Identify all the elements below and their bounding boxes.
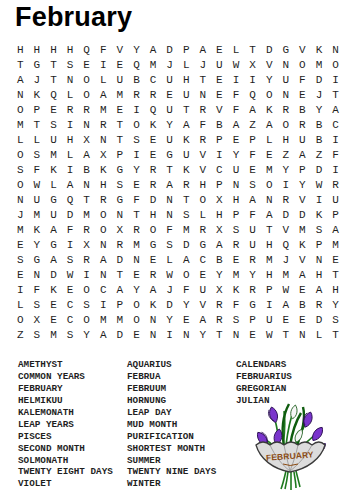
grid-cell-r7c4: H xyxy=(62,132,79,147)
grid-cell-r15c15: R xyxy=(244,253,261,268)
grid-cell-r13c11: M xyxy=(178,223,195,238)
word-list-column-1: AMETHYSTCOMMON YEARSFEBRUARYHELMIKUUKALE… xyxy=(18,359,113,490)
grid-cell-r19c9: N xyxy=(145,313,162,328)
grid-cell-r14c18: K xyxy=(294,238,311,253)
grid-cell-r16c16: H xyxy=(261,268,278,283)
grid-cell-r1c1: H xyxy=(12,42,29,57)
word-item: AMETHYST xyxy=(18,359,113,371)
word-item: HELMIKUU xyxy=(18,395,113,407)
grid-cell-r13c17: V xyxy=(278,223,295,238)
grid-cell-r16c5: I xyxy=(78,268,95,283)
grid-cell-r10c20: R xyxy=(327,177,344,192)
grid-cell-r18c18: B xyxy=(294,298,311,313)
grid-cell-r19c12: A xyxy=(195,313,212,328)
grid-cell-r8c8: I xyxy=(128,147,145,162)
grid-cell-r19c20: S xyxy=(327,313,344,328)
grid-cell-r2c14: W xyxy=(228,57,245,72)
grid-cell-r19c14: S xyxy=(228,313,245,328)
grid-cell-r1c13: E xyxy=(211,42,228,57)
grid-cell-r12c8: T xyxy=(128,208,145,223)
grid-cell-r5c2: P xyxy=(29,102,46,117)
grid-cell-r10c18: Y xyxy=(294,177,311,192)
word-item: LEAP DAY xyxy=(127,407,216,419)
grid-cell-r6c10: Y xyxy=(161,117,178,132)
grid-cell-r7c9: E xyxy=(145,132,162,147)
grid-cell-r13c12: R xyxy=(195,223,212,238)
grid-cell-r19c2: X xyxy=(29,313,46,328)
grid-cell-r10c7: S xyxy=(112,177,129,192)
grid-cell-r17c5: O xyxy=(78,283,95,298)
grid-cell-r18c5: S xyxy=(78,298,95,313)
grid-cell-r6c12: F xyxy=(195,117,212,132)
grid-cell-r13c1: M xyxy=(12,223,29,238)
grid-cell-r11c20: U xyxy=(327,192,344,207)
grid-cell-r17c10: J xyxy=(161,283,178,298)
grid-cell-r1c18: V xyxy=(294,42,311,57)
grid-cell-r5c9: Q xyxy=(145,102,162,117)
grid-cell-r5c13: V xyxy=(211,102,228,117)
grid-cell-r17c9: A xyxy=(145,283,162,298)
grid-cell-r2c15: X xyxy=(244,57,261,72)
grid-cell-r16c3: D xyxy=(45,268,62,283)
grid-cell-r2c20: O xyxy=(327,57,344,72)
grid-cell-r16c12: E xyxy=(195,268,212,283)
grid-cell-r4c9: R xyxy=(145,87,162,102)
grid-cell-r2c17: N xyxy=(278,57,295,72)
grid-cell-r15c13: B xyxy=(211,253,228,268)
word-item: MUD MONTH xyxy=(127,419,216,431)
grid-cell-r7c17: H xyxy=(278,132,295,147)
grid-cell-r16c8: E xyxy=(128,268,145,283)
grid-cell-r3c19: D xyxy=(311,72,328,87)
grid-cell-r15c20: E xyxy=(327,253,344,268)
grid-cell-r12c1: J xyxy=(12,208,29,223)
grid-cell-r5c6: M xyxy=(95,102,112,117)
grid-cell-r8c19: Z xyxy=(311,147,328,162)
grid-cell-r20c16: W xyxy=(261,328,278,343)
grid-cell-r11c9: D xyxy=(145,192,162,207)
grid-cell-r6c7: T xyxy=(112,117,129,132)
grid-cell-r8c15: F xyxy=(244,147,261,162)
grid-cell-r13c15: U xyxy=(244,223,261,238)
grid-cell-r9c16: M xyxy=(261,162,278,177)
grid-cell-r14c16: H xyxy=(261,238,278,253)
grid-cell-r20c17: T xyxy=(278,328,295,343)
word-item: FEBRUUM xyxy=(127,383,216,395)
grid-cell-r11c10: N xyxy=(161,192,178,207)
grid-cell-r17c17: W xyxy=(278,283,295,298)
grid-cell-r2c18: O xyxy=(294,57,311,72)
grid-cell-r14c7: R xyxy=(112,238,129,253)
grid-cell-r7c10: U xyxy=(161,132,178,147)
grid-cell-r12c13: H xyxy=(211,208,228,223)
grid-cell-r5c14: F xyxy=(228,102,245,117)
grid-cell-r18c8: O xyxy=(128,298,145,313)
umbrella: FEBRUARY xyxy=(256,442,325,472)
grid-cell-r9c18: P xyxy=(294,162,311,177)
grid-cell-r1c9: A xyxy=(145,42,162,57)
grid-cell-r17c14: K xyxy=(228,283,245,298)
grid-cell-r17c7: A xyxy=(112,283,129,298)
grid-cell-r20c19: L xyxy=(311,328,328,343)
grid-cell-r9c13: C xyxy=(211,162,228,177)
grid-cell-r12c17: D xyxy=(278,208,295,223)
grid-cell-r18c13: R xyxy=(211,298,228,313)
grid-cell-r2c10: J xyxy=(161,57,178,72)
grid-cell-r13c8: R xyxy=(128,223,145,238)
grid-cell-r6c13: B xyxy=(211,117,228,132)
grid-cell-r17c18: E xyxy=(294,283,311,298)
grid-cell-r15c10: L xyxy=(161,253,178,268)
grid-cell-r2c11: L xyxy=(178,57,195,72)
grid-cell-r19c8: O xyxy=(128,313,145,328)
grid-cell-r12c15: F xyxy=(244,208,261,223)
grid-cell-r11c19: I xyxy=(311,192,328,207)
grid-cell-r4c8: R xyxy=(128,87,145,102)
grid-cell-r20c6: A xyxy=(95,328,112,343)
grid-cell-r14c2: Y xyxy=(29,238,46,253)
grid-cell-r7c13: P xyxy=(211,132,228,147)
grid-cell-r5c5: R xyxy=(78,102,95,117)
grid-cell-r19c4: C xyxy=(62,313,79,328)
grid-cell-r3c8: B xyxy=(128,72,145,87)
grid-cell-r8c3: M xyxy=(45,147,62,162)
grid-cell-r17c13: X xyxy=(211,283,228,298)
grid-cell-r4c11: U xyxy=(178,87,195,102)
grid-cell-r2c9: M xyxy=(145,57,162,72)
grid-cell-r12c5: M xyxy=(78,208,95,223)
grid-cell-r1c6: F xyxy=(95,42,112,57)
word-list-column-2: AQUARIUSFEBRUAFEBRUUMHORNUNGLEAP DAYMUD … xyxy=(127,359,216,490)
grid-cell-r3c12: T xyxy=(195,72,212,87)
grid-cell-r2c6: I xyxy=(95,57,112,72)
grid-cell-r7c11: K xyxy=(178,132,195,147)
grid-cell-r9c9: R xyxy=(145,162,162,177)
grid-cell-r20c9: N xyxy=(145,328,162,343)
word-list-column-3: CALENDARSFEBRUARIUSGREGORIANJULIAN xyxy=(236,359,292,407)
grid-cell-r18c16: I xyxy=(261,298,278,313)
word-item: TWENTY NINE DAYS xyxy=(127,466,216,478)
grid-cell-r13c10: F xyxy=(161,223,178,238)
grid-cell-r14c6: N xyxy=(95,238,112,253)
grid-cell-r3c1: A xyxy=(12,72,29,87)
grid-cell-r7c5: X xyxy=(78,132,95,147)
grid-cell-r14c17: Q xyxy=(278,238,295,253)
grid-cell-r10c19: W xyxy=(311,177,328,192)
grid-cell-r20c4: S xyxy=(62,328,79,343)
grid-cell-r8c7: P xyxy=(112,147,129,162)
grid-cell-r5c10: U xyxy=(161,102,178,117)
grid-cell-r15c3: A xyxy=(45,253,62,268)
grid-cell-r11c16: N xyxy=(261,192,278,207)
grid-cell-r3c17: U xyxy=(278,72,295,87)
grid-cell-r10c10: A xyxy=(161,177,178,192)
grid-cell-r15c18: V xyxy=(294,253,311,268)
grid-cell-r17c20: H xyxy=(327,283,344,298)
grid-cell-r19c13: R xyxy=(211,313,228,328)
grid-cell-r4c7: M xyxy=(112,87,129,102)
grid-cell-r2c3: T xyxy=(45,57,62,72)
grid-cell-r14c1: E xyxy=(12,238,29,253)
grid-cell-r19c11: E xyxy=(178,313,195,328)
grid-cell-r4c15: Q xyxy=(244,87,261,102)
word-item: PURIFICATION xyxy=(127,431,216,443)
grid-cell-r19c1: O xyxy=(12,313,29,328)
grid-cell-r11c2: U xyxy=(29,192,46,207)
grid-cell-r10c15: S xyxy=(244,177,261,192)
grid-cell-r19c15: P xyxy=(244,313,261,328)
grid-cell-r11c5: T xyxy=(78,192,95,207)
grid-cell-r1c14: L xyxy=(228,42,245,57)
grid-cell-r12c14: P xyxy=(228,208,245,223)
grid-cell-r18c7: P xyxy=(112,298,129,313)
grid-cell-r9c14: U xyxy=(228,162,245,177)
grid-cell-r3c20: I xyxy=(327,72,344,87)
grid-cell-r12c7: N xyxy=(112,208,129,223)
grid-cell-r10c8: E xyxy=(128,177,145,192)
grid-cell-r7c7: T xyxy=(112,132,129,147)
grid-cell-r8c18: A xyxy=(294,147,311,162)
grid-cell-r18c17: A xyxy=(278,298,295,313)
grid-cell-r15c7: D xyxy=(112,253,129,268)
grid-cell-r10c4: A xyxy=(62,177,79,192)
grid-cell-r1c15: T xyxy=(244,42,261,57)
grid-cell-r20c3: M xyxy=(45,328,62,343)
grid-cell-r12c4: D xyxy=(62,208,79,223)
grid-cell-r8c9: E xyxy=(145,147,162,162)
grid-cell-r4c1: N xyxy=(12,87,29,102)
grid-cell-r4c4: L xyxy=(62,87,79,102)
stems-below xyxy=(281,471,300,490)
grid-cell-r3c15: I xyxy=(244,72,261,87)
grid-cell-r19c16: U xyxy=(261,313,278,328)
grid-cell-r14c15: U xyxy=(244,238,261,253)
grid-cell-r5c12: R xyxy=(195,102,212,117)
grid-cell-r14c19: P xyxy=(311,238,328,253)
grid-cell-r12c12: L xyxy=(195,208,212,223)
grid-cell-r19c5: O xyxy=(78,313,95,328)
grid-cell-r5c4: R xyxy=(62,102,79,117)
grid-cell-r13c18: M xyxy=(294,223,311,238)
grid-cell-r10c1: O xyxy=(12,177,29,192)
grid-cell-r13c20: A xyxy=(327,223,344,238)
grid-cell-r9c11: K xyxy=(178,162,195,177)
grid-cell-r10c16: O xyxy=(261,177,278,192)
grid-cell-r20c20: T xyxy=(327,328,344,343)
grid-cell-r9c3: K xyxy=(45,162,62,177)
grid-cell-r5c7: E xyxy=(112,102,129,117)
grid-cell-r5c16: K xyxy=(261,102,278,117)
grid-cell-r20c7: D xyxy=(112,328,129,343)
grid-cell-r2c7: E xyxy=(112,57,129,72)
grid-cell-r11c14: H xyxy=(228,192,245,207)
grid-cell-r6c6: R xyxy=(95,117,112,132)
february-flowers-clipart: FEBRUARY xyxy=(250,401,334,493)
grid-cell-r11c4: Q xyxy=(62,192,79,207)
grid-cell-r18c14: F xyxy=(228,298,245,313)
word-item: KALEMONATH xyxy=(18,407,113,419)
grid-cell-r7c19: B xyxy=(311,132,328,147)
grid-cell-r16c6: N xyxy=(95,268,112,283)
grid-cell-r18c19: R xyxy=(311,298,328,313)
grid-cell-r8c10: G xyxy=(161,147,178,162)
word-item: TWENTY EIGHT DAYS xyxy=(18,466,113,478)
worksheet-page: February HHHHQFVYADPAELTDGVKNTGTSEIEQMJL… xyxy=(0,0,354,500)
grid-cell-r16c10: W xyxy=(161,268,178,283)
grid-cell-r18c10: D xyxy=(161,298,178,313)
grid-cell-r6c15: Z xyxy=(244,117,261,132)
grid-cell-r17c8: Y xyxy=(128,283,145,298)
grid-cell-r7c8: S xyxy=(128,132,145,147)
grid-cell-r5c19: Y xyxy=(311,102,328,117)
grid-cell-r16c13: Y xyxy=(211,268,228,283)
grid-cell-r14c10: S xyxy=(161,238,178,253)
grid-cell-r12c9: H xyxy=(145,208,162,223)
grid-cell-r16c20: T xyxy=(327,268,344,283)
word-item: WINTER xyxy=(127,478,216,490)
grid-cell-r1c7: V xyxy=(112,42,129,57)
grid-cell-r16c15: Y xyxy=(244,268,261,283)
grid-cell-r13c5: R xyxy=(78,223,95,238)
grid-cell-r15c1: S xyxy=(12,253,29,268)
grid-cell-r17c11: F xyxy=(178,283,195,298)
grid-cell-r7c1: L xyxy=(12,132,29,147)
grid-cell-r16c14: M xyxy=(228,268,245,283)
grid-cell-r18c20: Y xyxy=(327,298,344,313)
grid-cell-r2c19: M xyxy=(311,57,328,72)
grid-cell-r1c4: H xyxy=(62,42,79,57)
grid-cell-r17c1: I xyxy=(12,283,29,298)
grid-cell-r4c12: N xyxy=(195,87,212,102)
grid-cell-r15c16: M xyxy=(261,253,278,268)
grid-cell-r11c6: R xyxy=(95,192,112,207)
grid-cell-r10c3: L xyxy=(45,177,62,192)
grid-cell-r5c3: E xyxy=(45,102,62,117)
grid-cell-r6c19: B xyxy=(311,117,328,132)
grid-cell-r1c3: H xyxy=(45,42,62,57)
word-item: SOLMONATH xyxy=(18,455,113,467)
word-item: AQUARIUS xyxy=(127,359,216,371)
grid-cell-r10c11: R xyxy=(178,177,195,192)
grid-cell-r20c1: Z xyxy=(12,328,29,343)
grid-cell-r2c8: Q xyxy=(128,57,145,72)
grid-cell-r2c16: V xyxy=(261,57,278,72)
grid-cell-r12c19: K xyxy=(311,208,328,223)
grid-cell-r16c4: W xyxy=(62,268,79,283)
grid-cell-r9c6: K xyxy=(95,162,112,177)
grid-cell-r1c17: G xyxy=(278,42,295,57)
grid-cell-r18c15: G xyxy=(244,298,261,313)
grid-cell-r3c16: Y xyxy=(261,72,278,87)
grid-cell-r15c2: G xyxy=(29,253,46,268)
word-item: FEBRUARIUS xyxy=(236,371,292,383)
grid-cell-r8c1: O xyxy=(12,147,29,162)
grid-cell-r4c18: E xyxy=(294,87,311,102)
grid-cell-r15c19: N xyxy=(311,253,328,268)
grid-cell-r10c17: I xyxy=(278,177,295,192)
word-item: SHORTEST MONTH xyxy=(127,443,216,455)
grid-cell-r17c4: E xyxy=(62,283,79,298)
grid-cell-r4c3: Q xyxy=(45,87,62,102)
grid-cell-r2c4: S xyxy=(62,57,79,72)
grid-cell-r7c2: L xyxy=(29,132,46,147)
grid-cell-r10c14: N xyxy=(228,177,245,192)
grid-cell-r3c4: N xyxy=(62,72,79,87)
grid-cell-r17c6: C xyxy=(95,283,112,298)
grid-cell-r4c13: E xyxy=(211,87,228,102)
grid-cell-r4c2: K xyxy=(29,87,46,102)
grid-cell-r12c2: M xyxy=(29,208,46,223)
word-search-grid: HHHHQFVYADPAELTDGVKNTGTSEIEQMJLJUWXVNOMO… xyxy=(12,42,344,343)
grid-cell-r11c1: N xyxy=(12,192,29,207)
grid-cell-r4c5: O xyxy=(78,87,95,102)
grid-cell-r7c18: U xyxy=(294,132,311,147)
word-item: FEBRUA xyxy=(127,371,216,383)
grid-cell-r11c12: O xyxy=(195,192,212,207)
grid-cell-r11c7: G xyxy=(112,192,129,207)
word-item: SECOND MONTH xyxy=(18,443,113,455)
grid-cell-r20c14: N xyxy=(228,328,245,343)
grid-cell-r12c3: U xyxy=(45,208,62,223)
grid-cell-r11c13: X xyxy=(211,192,228,207)
grid-cell-r6c20: C xyxy=(327,117,344,132)
grid-cell-r20c10: I xyxy=(161,328,178,343)
grid-cell-r4c20: T xyxy=(327,87,344,102)
grid-cell-r17c15: R xyxy=(244,283,261,298)
grid-cell-r20c8: E xyxy=(128,328,145,343)
grid-cell-r13c9: O xyxy=(145,223,162,238)
grid-cell-r9c4: I xyxy=(62,162,79,177)
grid-cell-r5c8: I xyxy=(128,102,145,117)
grid-cell-r13c4: F xyxy=(62,223,79,238)
word-item: PISCES xyxy=(18,431,113,443)
grid-cell-r3c9: C xyxy=(145,72,162,87)
grid-cell-r5c20: A xyxy=(327,102,344,117)
grid-cell-r10c9: R xyxy=(145,177,162,192)
grid-cell-r14c8: M xyxy=(128,238,145,253)
grid-cell-r4c10: E xyxy=(161,87,178,102)
grid-cell-r4c19: J xyxy=(311,87,328,102)
grid-cell-r20c13: T xyxy=(211,328,228,343)
grid-cell-r11c15: A xyxy=(244,192,261,207)
grid-cell-r3c2: J xyxy=(29,72,46,87)
grid-cell-r9c15: E xyxy=(244,162,261,177)
grid-cell-r13c14: S xyxy=(228,223,245,238)
grid-cell-r20c11: N xyxy=(178,328,195,343)
grid-cell-r3c3: T xyxy=(45,72,62,87)
grid-cell-r6c8: O xyxy=(128,117,145,132)
grid-cell-r6c9: K xyxy=(145,117,162,132)
grid-cell-r18c3: E xyxy=(45,298,62,313)
grid-cell-r6c3: S xyxy=(45,117,62,132)
grid-cell-r9c2: F xyxy=(29,162,46,177)
grid-cell-r18c2: S xyxy=(29,298,46,313)
grid-cell-r6c16: A xyxy=(261,117,278,132)
grid-cell-r4c6: A xyxy=(95,87,112,102)
grid-cell-r10c13: P xyxy=(211,177,228,192)
grid-cell-r16c2: N xyxy=(29,268,46,283)
grid-cell-r16c9: R xyxy=(145,268,162,283)
grid-cell-r7c20: I xyxy=(327,132,344,147)
grid-cell-r8c20: F xyxy=(327,147,344,162)
word-item: VIOLET xyxy=(18,478,113,490)
grid-cell-r14c3: G xyxy=(45,238,62,253)
grid-cell-r9c20: I xyxy=(327,162,344,177)
grid-cell-r1c20: N xyxy=(327,42,344,57)
grid-cell-r2c13: U xyxy=(211,57,228,72)
grid-cell-r18c11: Y xyxy=(178,298,195,313)
word-item: LEAP YEARS xyxy=(18,419,113,431)
